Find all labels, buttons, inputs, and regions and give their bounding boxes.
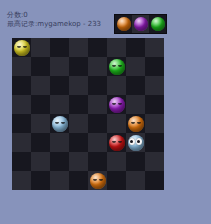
board-cell[interactable]: [69, 114, 88, 133]
board-cell[interactable]: [145, 95, 164, 114]
board-cell[interactable]: [107, 114, 126, 133]
board-cell[interactable]: [107, 38, 126, 57]
closed-eye-icon: [118, 103, 122, 105]
board-cell[interactable]: [69, 76, 88, 95]
board-cell[interactable]: [31, 133, 50, 152]
board-cell[interactable]: [126, 171, 145, 190]
board-cell[interactable]: [50, 114, 69, 133]
board-cell[interactable]: [50, 57, 69, 76]
closed-eye-icon: [112, 141, 116, 143]
lightblue-ball[interactable]: [52, 116, 68, 132]
board-cell[interactable]: [31, 38, 50, 57]
board-cell[interactable]: [69, 152, 88, 171]
board-cell[interactable]: [145, 171, 164, 190]
board-cell[interactable]: [145, 76, 164, 95]
closed-eye-icon: [61, 122, 65, 124]
closed-eye-icon: [112, 65, 116, 67]
board-cell[interactable]: [69, 38, 88, 57]
board-cell[interactable]: [50, 38, 69, 57]
next-balls-preview: [114, 14, 167, 34]
red-ball[interactable]: [109, 135, 125, 151]
board-cell[interactable]: [107, 171, 126, 190]
board-cell[interactable]: [31, 76, 50, 95]
board-cell[interactable]: [107, 57, 126, 76]
board-cell[interactable]: [12, 114, 31, 133]
closed-eye-icon: [99, 179, 103, 181]
green-ball[interactable]: [109, 59, 125, 75]
board-cell[interactable]: [69, 133, 88, 152]
closed-eye-icon: [112, 103, 116, 105]
board-cell[interactable]: [88, 152, 107, 171]
board-cell[interactable]: [50, 133, 69, 152]
open-eye-icon: [129, 138, 135, 145]
board-cell[interactable]: [12, 95, 31, 114]
open-eye-icon: [136, 138, 142, 145]
board-cell[interactable]: [126, 152, 145, 171]
selected-lightblue-ball[interactable]: [128, 135, 144, 151]
closed-eye-icon: [23, 46, 27, 48]
closed-eye-icon: [131, 122, 135, 124]
board-cell[interactable]: [69, 95, 88, 114]
board-cell[interactable]: [88, 76, 107, 95]
board-cell[interactable]: [12, 38, 31, 57]
board-cell[interactable]: [69, 171, 88, 190]
board-cell[interactable]: [126, 95, 145, 114]
board-cell[interactable]: [145, 38, 164, 57]
closed-eye-icon: [118, 65, 122, 67]
game-board[interactable]: [12, 38, 164, 190]
next-ball-cell: [115, 15, 132, 33]
board-cell[interactable]: [12, 133, 31, 152]
closed-eye-icon: [93, 179, 97, 181]
board-cell[interactable]: [12, 152, 31, 171]
board-cell[interactable]: [126, 57, 145, 76]
next-ball-cell: [132, 15, 149, 33]
closed-eye-icon: [137, 122, 141, 124]
board-cell[interactable]: [31, 114, 50, 133]
board-cell[interactable]: [88, 171, 107, 190]
board-cell[interactable]: [12, 76, 31, 95]
board-cell[interactable]: [107, 76, 126, 95]
board-cell[interactable]: [50, 76, 69, 95]
game-window: 分数:0 最高记录:mygamekop - 233: [0, 0, 211, 224]
board-cell[interactable]: [69, 57, 88, 76]
board-cell[interactable]: [107, 133, 126, 152]
board-cell[interactable]: [145, 114, 164, 133]
board-cell[interactable]: [88, 133, 107, 152]
board-cell[interactable]: [126, 38, 145, 57]
purple-ball: [134, 17, 148, 31]
pupil-icon: [130, 140, 133, 143]
board-cell[interactable]: [126, 76, 145, 95]
green-ball: [151, 17, 165, 31]
board-cell[interactable]: [107, 95, 126, 114]
pupil-icon: [137, 140, 140, 143]
board-cell[interactable]: [50, 95, 69, 114]
board-cell[interactable]: [88, 114, 107, 133]
orange-ball[interactable]: [128, 116, 144, 132]
board-cell[interactable]: [145, 133, 164, 152]
orange-ball: [117, 17, 131, 31]
board-cell[interactable]: [50, 171, 69, 190]
board-cell[interactable]: [31, 152, 50, 171]
board-cell[interactable]: [88, 57, 107, 76]
board-cell[interactable]: [50, 152, 69, 171]
score-label: 分数:0: [7, 11, 28, 19]
board-cell[interactable]: [31, 95, 50, 114]
yellow-ball[interactable]: [14, 40, 30, 56]
closed-eye-icon: [118, 141, 122, 143]
board-cell[interactable]: [88, 38, 107, 57]
board-cell[interactable]: [12, 171, 31, 190]
board-cell[interactable]: [12, 57, 31, 76]
board-cell[interactable]: [88, 95, 107, 114]
closed-eye-icon: [55, 122, 59, 124]
purple-ball[interactable]: [109, 97, 125, 113]
board-cell[interactable]: [145, 152, 164, 171]
high-score-label: 最高记录:mygamekop - 233: [7, 20, 101, 28]
board-cell[interactable]: [31, 171, 50, 190]
next-ball-cell: [149, 15, 166, 33]
board-cell[interactable]: [31, 57, 50, 76]
board-cell[interactable]: [107, 152, 126, 171]
closed-eye-icon: [17, 46, 21, 48]
orange-ball[interactable]: [90, 173, 106, 189]
board-cell[interactable]: [126, 114, 145, 133]
board-cell[interactable]: [126, 133, 145, 152]
board-cell[interactable]: [145, 57, 164, 76]
